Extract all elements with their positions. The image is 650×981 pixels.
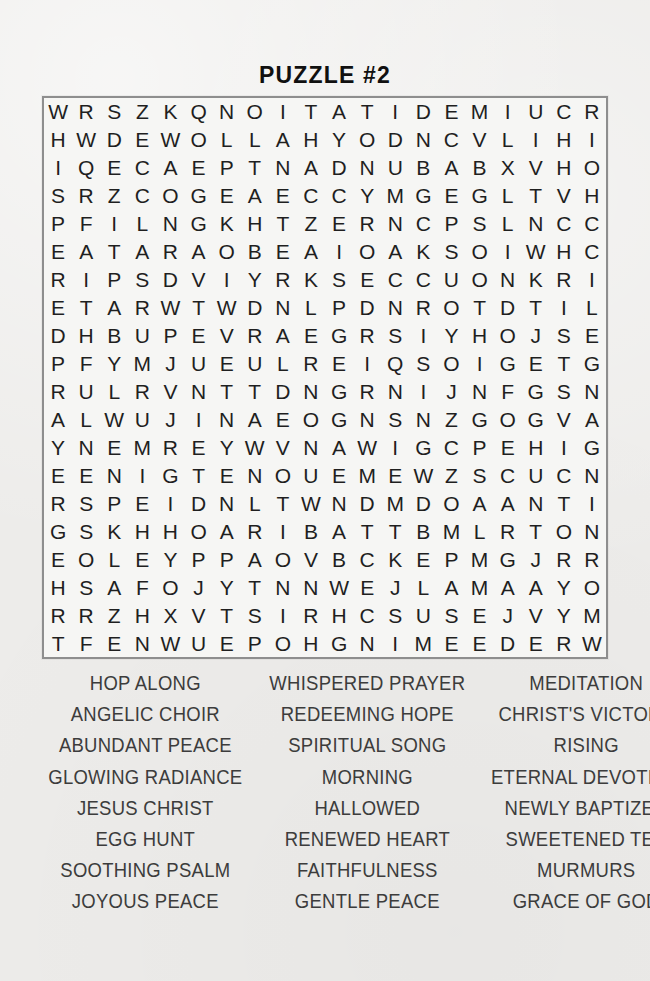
grid-cell: G xyxy=(44,517,72,545)
grid-cell: R xyxy=(44,489,72,517)
grid-cell: C xyxy=(409,266,437,294)
word-item: CHRIST'S VICTORY xyxy=(491,698,650,729)
grid-cell: W xyxy=(409,461,437,489)
grid-cell: V xyxy=(156,378,184,406)
grid-cell: A xyxy=(241,545,269,573)
grid-cell: L xyxy=(409,573,437,601)
grid-cell: P xyxy=(185,545,213,573)
grid-cell: D xyxy=(381,126,409,154)
grid-cell: O xyxy=(185,126,213,154)
grid-cell: Y xyxy=(325,126,353,154)
grid-cell: Y xyxy=(437,322,465,350)
grid-cell: R xyxy=(44,266,72,294)
grid-cell: W xyxy=(578,629,606,657)
grid-cell: A xyxy=(213,517,241,545)
grid-cell: Y xyxy=(213,573,241,601)
grid-cell: A xyxy=(128,238,156,266)
grid-cell: R xyxy=(241,322,269,350)
grid-cell: E xyxy=(128,545,156,573)
grid-cell: B xyxy=(241,238,269,266)
grid-cell: I xyxy=(381,629,409,657)
grid-cell: N xyxy=(409,405,437,433)
grid-cell: O xyxy=(466,266,494,294)
grid-cell: O xyxy=(353,126,381,154)
grid-cell: N xyxy=(269,573,297,601)
grid-cell: N xyxy=(269,154,297,182)
grid-cell: E xyxy=(100,629,128,657)
grid-cell: E xyxy=(213,461,241,489)
grid-cell: R xyxy=(353,210,381,238)
word-item: MURMURS xyxy=(491,854,650,885)
grid-cell: G xyxy=(494,350,522,378)
grid-cell: A xyxy=(522,573,550,601)
grid-cell: C xyxy=(550,461,578,489)
grid-cell: E xyxy=(325,461,353,489)
grid-cell: T xyxy=(353,517,381,545)
grid-cell: I xyxy=(409,378,437,406)
grid-cell: U xyxy=(185,350,213,378)
grid-cell: R xyxy=(353,378,381,406)
grid-cell: E xyxy=(213,350,241,378)
grid-cell: E xyxy=(100,433,128,461)
grid-cell: L xyxy=(297,294,325,322)
grid-cell: I xyxy=(72,266,100,294)
grid-cell: I xyxy=(494,238,522,266)
grid-cell: O xyxy=(494,405,522,433)
word-item: NEWLY BAPTIZED xyxy=(491,792,650,823)
grid-cell: O xyxy=(494,322,522,350)
grid-cell: N xyxy=(381,294,409,322)
grid-cell: E xyxy=(466,601,494,629)
grid-cell: A xyxy=(44,405,72,433)
grid-cell: O xyxy=(437,350,465,378)
grid-cell: A xyxy=(100,573,128,601)
grid-cell: I xyxy=(578,266,606,294)
grid-cell: O xyxy=(437,294,465,322)
grid-cell: M xyxy=(128,350,156,378)
grid-cell: O xyxy=(578,154,606,182)
grid-cell: R xyxy=(269,266,297,294)
grid-cell: U xyxy=(128,322,156,350)
grid-cell: R xyxy=(578,545,606,573)
grid-cell: D xyxy=(409,98,437,126)
puzzle-page: { "game": "word-search", "title": "PUZZL… xyxy=(0,0,650,981)
grid-cell: R xyxy=(156,433,184,461)
grid-cell: W xyxy=(156,629,184,657)
grid-cell: N xyxy=(297,433,325,461)
grid-cell: S xyxy=(550,378,578,406)
grid-cell: D xyxy=(409,489,437,517)
grid-cell: E xyxy=(353,573,381,601)
grid-cell: I xyxy=(522,126,550,154)
grid-cell: E xyxy=(128,489,156,517)
grid-cell: R xyxy=(241,517,269,545)
word-item: MORNING xyxy=(269,761,465,792)
word-item: WHISPERED PRAYER xyxy=(269,667,465,698)
word-item: SWEETENED TEA xyxy=(491,823,650,854)
grid-cell: H xyxy=(44,573,72,601)
grid-cell: L xyxy=(494,210,522,238)
grid-cell: F xyxy=(72,350,100,378)
grid-cell: E xyxy=(269,182,297,210)
grid-cell: W xyxy=(522,238,550,266)
grid-cell: A xyxy=(578,405,606,433)
grid-cell: O xyxy=(241,98,269,126)
grid-cell: V xyxy=(185,266,213,294)
grid-cell: G xyxy=(466,182,494,210)
grid-cell: E xyxy=(44,461,72,489)
grid-cell: L xyxy=(100,378,128,406)
grid-cell: I xyxy=(578,126,606,154)
grid-cell: V xyxy=(297,545,325,573)
grid-cell: T xyxy=(550,489,578,517)
grid-cell: A xyxy=(241,182,269,210)
grid-cell: L xyxy=(72,405,100,433)
word-item: MEDITATION xyxy=(491,667,650,698)
word-item: SOOTHING PSALM xyxy=(48,854,242,885)
word-item: GRACE OF GOD xyxy=(491,885,650,916)
grid-cell: R xyxy=(297,601,325,629)
grid-cell: C xyxy=(325,182,353,210)
grid-cell: G xyxy=(522,405,550,433)
grid-cell: Y xyxy=(44,433,72,461)
grid-cell: I xyxy=(409,322,437,350)
grid-cell: W xyxy=(325,573,353,601)
grid-cell: H xyxy=(44,126,72,154)
grid-cell: O xyxy=(466,238,494,266)
grid-cell: A xyxy=(269,322,297,350)
grid-cell: D xyxy=(44,322,72,350)
grid-cell: R xyxy=(44,378,72,406)
grid-cell: C xyxy=(437,126,465,154)
grid-cell: N xyxy=(241,461,269,489)
grid-cell: O xyxy=(437,489,465,517)
word-list: HOP ALONGANGELIC CHOIRABUNDANT PEACEGLOW… xyxy=(35,667,615,917)
word-item: EGG HUNT xyxy=(48,823,242,854)
grid-cell: B xyxy=(466,154,494,182)
grid-cell: N xyxy=(494,266,522,294)
grid-cell: P xyxy=(100,489,128,517)
grid-cell: N xyxy=(522,489,550,517)
grid-cell: L xyxy=(578,294,606,322)
grid-cell: W xyxy=(353,433,381,461)
grid-cell: O xyxy=(550,517,578,545)
grid-cell: G xyxy=(185,210,213,238)
grid-cell: P xyxy=(213,545,241,573)
grid-cell: L xyxy=(466,517,494,545)
grid-cell: B xyxy=(409,154,437,182)
grid-cell: P xyxy=(213,154,241,182)
grid-cell: Z xyxy=(100,182,128,210)
grid-cell: M xyxy=(466,573,494,601)
grid-cell: G xyxy=(578,433,606,461)
grid-cell: K xyxy=(381,545,409,573)
grid-cell: L xyxy=(213,126,241,154)
grid-cell: H xyxy=(128,517,156,545)
grid-cell: A xyxy=(156,154,184,182)
grid-cell: O xyxy=(72,545,100,573)
grid-cell: K xyxy=(213,210,241,238)
grid-cell: A xyxy=(494,489,522,517)
grid-cell: T xyxy=(100,238,128,266)
grid-cell: X xyxy=(494,154,522,182)
grid-cell: G xyxy=(325,322,353,350)
grid-cell: J xyxy=(437,378,465,406)
grid-cell: V xyxy=(550,405,578,433)
grid-cell: N xyxy=(297,378,325,406)
grid-cell: S xyxy=(550,322,578,350)
grid-cell: V xyxy=(550,182,578,210)
grid-cell: W xyxy=(44,98,72,126)
grid-cell: N xyxy=(325,489,353,517)
word-item: HALLOWED xyxy=(269,792,465,823)
grid-cell: X xyxy=(156,601,184,629)
grid-cell: C xyxy=(128,182,156,210)
grid-cell: C xyxy=(381,266,409,294)
grid-cell: E xyxy=(185,433,213,461)
grid-cell: Z xyxy=(437,461,465,489)
grid-cell: H xyxy=(241,210,269,238)
grid-cell: U xyxy=(409,601,437,629)
grid-cell: D xyxy=(100,126,128,154)
grid-cell: H xyxy=(128,601,156,629)
puzzle-title: PUZZLE #2 xyxy=(0,62,650,89)
grid-cell: T xyxy=(381,517,409,545)
grid-cell: J xyxy=(522,322,550,350)
grid-cell: N xyxy=(353,154,381,182)
grid-cell: F xyxy=(72,210,100,238)
grid-cell: E xyxy=(325,350,353,378)
grid-cell: H xyxy=(550,154,578,182)
grid-cell: S xyxy=(72,573,100,601)
grid-cell: V xyxy=(522,154,550,182)
grid-cell: I xyxy=(325,238,353,266)
grid-cell: H xyxy=(578,182,606,210)
grid-cell: N xyxy=(466,378,494,406)
grid-cell: U xyxy=(241,350,269,378)
word-list-column: WHISPERED PRAYERREDEEMING HOPESPIRITUAL … xyxy=(256,667,479,917)
grid-cell: N xyxy=(578,461,606,489)
grid-cell: P xyxy=(437,210,465,238)
grid-cell: T xyxy=(550,350,578,378)
grid-cell: Q xyxy=(72,154,100,182)
grid-cell: S xyxy=(466,461,494,489)
grid-cell: F xyxy=(128,573,156,601)
grid-cell: C xyxy=(550,210,578,238)
grid-cell: S xyxy=(72,489,100,517)
grid-cell: S xyxy=(72,517,100,545)
grid-cell: Y xyxy=(100,350,128,378)
grid-cell: O xyxy=(353,238,381,266)
word-item: GENTLE PEACE xyxy=(269,885,465,916)
grid-cell: L xyxy=(241,489,269,517)
grid-cell: A xyxy=(466,489,494,517)
grid-cell: M xyxy=(466,98,494,126)
grid-cell: N xyxy=(213,98,241,126)
grid-cell: Z xyxy=(128,98,156,126)
grid-cell: C xyxy=(578,210,606,238)
grid-cell: P xyxy=(241,629,269,657)
grid-cell: H xyxy=(156,517,184,545)
grid-cell: J xyxy=(156,350,184,378)
grid-cell: N xyxy=(381,378,409,406)
grid-cell: N xyxy=(578,517,606,545)
grid-cell: N xyxy=(100,461,128,489)
grid-cell: E xyxy=(44,238,72,266)
grid-cell: M xyxy=(353,461,381,489)
grid-cell: F xyxy=(72,629,100,657)
grid-cell: S xyxy=(325,266,353,294)
grid-cell: A xyxy=(269,126,297,154)
grid-cell: J xyxy=(494,601,522,629)
grid-cell: S xyxy=(381,405,409,433)
grid-cell: U xyxy=(128,405,156,433)
grid-cell: O xyxy=(269,545,297,573)
grid-cell: N xyxy=(381,210,409,238)
grid-cell: M xyxy=(578,601,606,629)
grid-cell: V xyxy=(522,601,550,629)
grid-cell: O xyxy=(578,573,606,601)
grid-cell: U xyxy=(185,629,213,657)
grid-cell: A xyxy=(185,238,213,266)
grid-cell: K xyxy=(100,517,128,545)
grid-cell: M xyxy=(381,489,409,517)
grid-cell: K xyxy=(156,98,184,126)
grid-cell: T xyxy=(269,489,297,517)
grid-cell: E xyxy=(437,98,465,126)
grid-cell: Z xyxy=(437,405,465,433)
grid-cell: T xyxy=(522,182,550,210)
grid-cell: R xyxy=(550,266,578,294)
grid-cell: S xyxy=(128,266,156,294)
grid-cell: J xyxy=(156,405,184,433)
grid-cell: U xyxy=(522,461,550,489)
grid-cell: R xyxy=(578,98,606,126)
grid-cell: G xyxy=(325,405,353,433)
grid-cell: R xyxy=(550,545,578,573)
grid-cell: N xyxy=(128,629,156,657)
grid-cell: C xyxy=(578,238,606,266)
grid-cell: E xyxy=(522,629,550,657)
grid-cell: S xyxy=(241,601,269,629)
grid-cell: G xyxy=(409,182,437,210)
grid-cell: T xyxy=(213,378,241,406)
grid-cell: S xyxy=(437,601,465,629)
grid-cell: H xyxy=(297,629,325,657)
grid-cell: Y xyxy=(550,601,578,629)
grid-cell: N xyxy=(213,405,241,433)
grid-cell: A xyxy=(72,238,100,266)
word-item: RENEWED HEART xyxy=(269,823,465,854)
word-item: ETERNAL DEVOTION xyxy=(491,761,650,792)
grid-cell: Q xyxy=(185,98,213,126)
grid-cell: E xyxy=(44,545,72,573)
grid-cell: T xyxy=(185,461,213,489)
grid-cell: M xyxy=(128,433,156,461)
grid-cell: U xyxy=(522,98,550,126)
grid-cell: N xyxy=(269,294,297,322)
grid-cell: P xyxy=(156,322,184,350)
grid-cell: E xyxy=(185,154,213,182)
grid-cell: K xyxy=(297,266,325,294)
grid-cell: H xyxy=(72,322,100,350)
grid-cell: G xyxy=(325,629,353,657)
grid-cell: G xyxy=(409,433,437,461)
grid-cell: W xyxy=(156,126,184,154)
grid-cell: D xyxy=(185,489,213,517)
grid-cell: S xyxy=(381,601,409,629)
word-item: GLOWING RADIANCE xyxy=(48,761,242,792)
grid-cell: V xyxy=(185,601,213,629)
grid-cell: O xyxy=(213,238,241,266)
grid-cell: O xyxy=(297,405,325,433)
grid-cell: E xyxy=(353,266,381,294)
grid-cell: H xyxy=(297,126,325,154)
word-item: ABUNDANT PEACE xyxy=(48,729,242,760)
grid-cell: N xyxy=(353,629,381,657)
grid-cell: E xyxy=(578,322,606,350)
grid-cell: O xyxy=(156,573,184,601)
grid-cell: G xyxy=(578,350,606,378)
grid-cell: O xyxy=(269,629,297,657)
word-item: FAITHFULNESS xyxy=(269,854,465,885)
grid-cell: R xyxy=(494,517,522,545)
grid-cell: W xyxy=(241,433,269,461)
grid-cell: M xyxy=(409,629,437,657)
grid-cell: I xyxy=(381,433,409,461)
grid-cell: V xyxy=(213,322,241,350)
grid-cell: O xyxy=(185,517,213,545)
grid-cell: N xyxy=(522,210,550,238)
grid-cell: I xyxy=(550,433,578,461)
word-item: RISING xyxy=(491,729,650,760)
grid-cell: N xyxy=(185,378,213,406)
grid-cell: V xyxy=(269,433,297,461)
grid-cell: R xyxy=(550,629,578,657)
grid-cell: A xyxy=(437,573,465,601)
grid-cell: G xyxy=(325,378,353,406)
grid-cell: E xyxy=(213,182,241,210)
grid-cell: W xyxy=(297,489,325,517)
grid-cell: M xyxy=(437,517,465,545)
grid-cell: G xyxy=(156,461,184,489)
grid-cell: B xyxy=(325,545,353,573)
grid-cell: C xyxy=(409,210,437,238)
grid-cell: F xyxy=(494,378,522,406)
grid-cell: S xyxy=(437,238,465,266)
grid-cell: G xyxy=(522,378,550,406)
grid-cell: S xyxy=(381,322,409,350)
grid-cell: I xyxy=(494,98,522,126)
grid-cell: C xyxy=(550,98,578,126)
grid-cell: I xyxy=(269,98,297,126)
grid-cell: P xyxy=(325,294,353,322)
grid-cell: O xyxy=(269,461,297,489)
grid-cell: Y xyxy=(156,545,184,573)
grid-cell: T xyxy=(241,378,269,406)
grid-cell: R xyxy=(353,322,381,350)
grid-cell: E xyxy=(72,461,100,489)
grid-cell: B xyxy=(100,322,128,350)
grid-cell: B xyxy=(297,517,325,545)
grid-cell: R xyxy=(409,294,437,322)
grid-cell: O xyxy=(156,182,184,210)
grid-cell: R xyxy=(72,601,100,629)
grid-cell: N xyxy=(409,126,437,154)
grid-cell: A xyxy=(297,238,325,266)
grid-cell: G xyxy=(185,182,213,210)
grid-cell: T xyxy=(185,294,213,322)
